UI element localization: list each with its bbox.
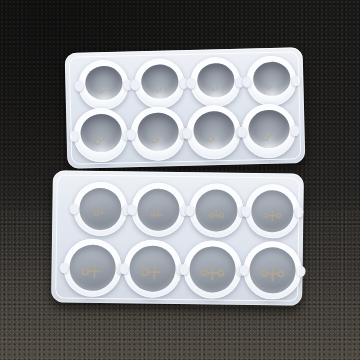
mold-cavity [243,241,302,300]
cavity-opening [80,114,122,153]
cavity-opening [189,246,236,293]
wire-insert-loop-cross-icon [79,262,106,279]
cavity-opening [79,188,122,231]
cavity-side-tab [186,78,195,89]
mold-cavity [186,105,241,160]
cavity-side-tab [179,264,188,275]
mold-cavity [190,57,241,108]
cavity-side-tab [127,129,136,140]
wire-insert-hook-tiny-icon [96,86,111,96]
wire-insert-loop-pin-icon [205,132,223,144]
wire-insert-loop-tail-icon [260,131,278,143]
wire-insert-cross-loops-icon [259,264,286,281]
wire-insert-loop-bar-icon [90,206,110,219]
mold-cavity [245,184,300,239]
mold-bottom [51,170,304,305]
cavity-opening [195,189,238,232]
mold-cavity [189,183,244,238]
wire-insert-double-loop-pin-icon [206,207,226,220]
mold-cavity [241,103,296,158]
cavity-side-tab [185,205,194,216]
mold-cavity [123,239,182,298]
cavity-opening [249,247,296,294]
mold-cavity [183,240,242,299]
cavity-opening [248,109,290,148]
mold-cavity [73,107,128,162]
product-photo [0,0,360,360]
wire-insert-loop-cross-icon [139,262,166,279]
mold-cavity [246,55,297,106]
cavity-side-tab [74,80,83,91]
wire-insert-pin-tiny-icon [208,83,223,93]
wire-insert-pin-tiny-icon [152,84,167,94]
wire-insert-loop-pin-icon [149,133,167,145]
mold-cavity [78,59,129,110]
cavity-side-tab [119,263,128,274]
cavity-opening [69,244,116,291]
cavity-side-tab [237,127,246,138]
cavity-opening [196,63,234,98]
cavity-opening [252,61,290,96]
mold-cavity [73,182,128,237]
cavity-side-tab [291,75,300,86]
cavity-grid-top [65,47,306,169]
wire-insert-cross-loops-icon [199,263,226,280]
wire-insert-loop-tail-icon [92,135,110,147]
cavity-opening [140,64,178,99]
cavity-side-tab [70,131,79,142]
cavity-side-tab [130,79,139,90]
cavity-opening [129,245,176,292]
cavity-side-tab [294,207,303,218]
wire-insert-hook-tiny-icon [264,82,279,92]
cavity-side-tab [59,262,68,273]
mold-cavity [63,238,122,297]
cavity-side-tab [239,265,248,276]
mold-top [65,47,306,169]
wire-insert-cross-loops-icon [262,208,282,221]
cavity-side-tab [290,125,299,136]
mold-cavity [130,106,185,161]
cavity-side-tab [127,204,136,215]
wire-insert-tee-pin-icon [148,207,168,220]
cavity-side-tab [69,203,78,214]
mold-cavity [134,58,185,109]
cavity-grid-bottom [51,170,304,305]
cavity-side-tab [241,206,250,217]
cavity-opening [137,188,180,231]
cavity-opening [137,112,179,151]
cavity-opening [193,111,235,150]
cavity-side-tab [182,128,191,139]
cavity-side-tab [242,76,251,87]
cavity-opening [251,190,294,233]
cavity-opening [84,66,122,101]
mold-cavity [131,182,186,237]
